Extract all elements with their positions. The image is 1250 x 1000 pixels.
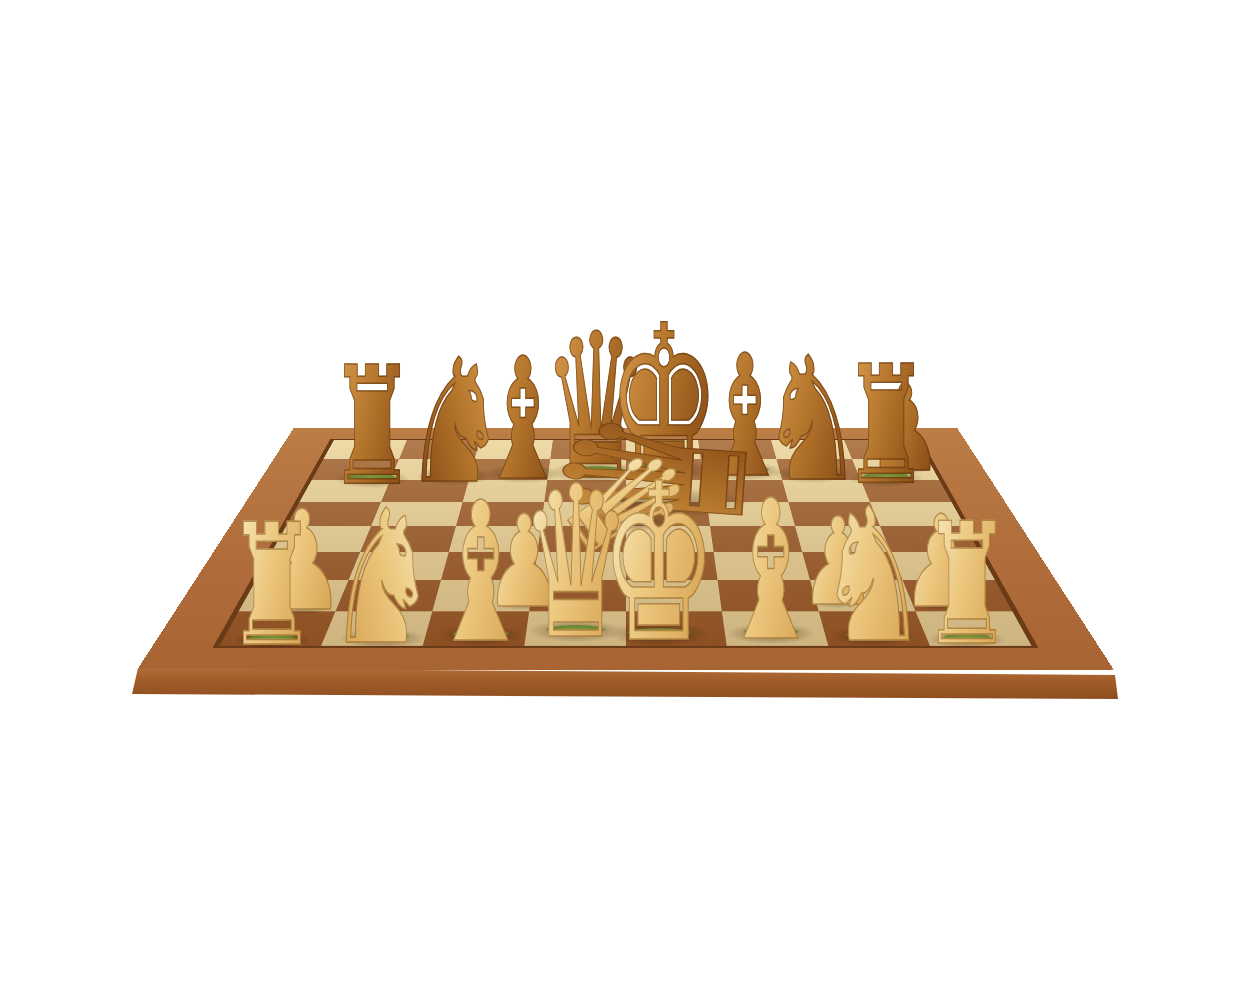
pieces-layer: ♜♞♝♛♚♝♞♟♜♛♛♜♟♞♝♟♛♚♝♟♞♟♜ [0,0,1250,1000]
light-rook-h1[interactable]: ♜ [922,501,1012,669]
product-photo-stage: ♜♞♝♛♚♝♞♟♜♛♛♜♟♞♝♟♛♚♝♟♞♟♜ [0,0,1250,1000]
light-rook-a1[interactable]: ♜ [227,502,317,670]
light-king-e1[interactable]: ♚ [600,455,717,673]
light-knight-g1[interactable]: ♞ [817,484,930,669]
light-knight-b1[interactable]: ♞ [326,486,439,671]
light-bishop-c1[interactable]: ♝ [429,477,533,670]
light-bishop-f1[interactable]: ♝ [719,475,823,668]
